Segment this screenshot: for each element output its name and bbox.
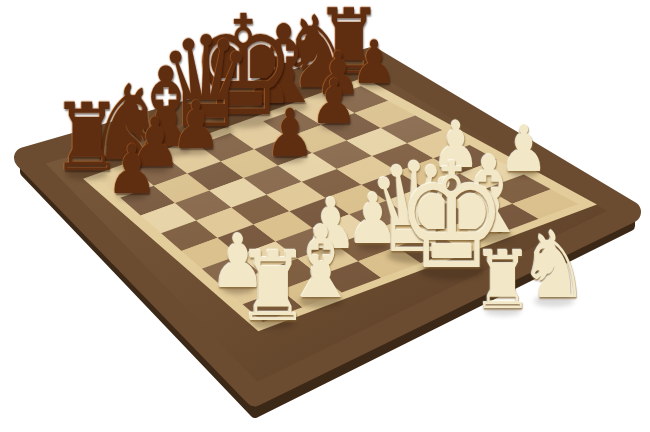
white-rook-off-board[interactable]: ♜ bbox=[473, 241, 534, 321]
dark-pawn-5[interactable]: ♟ bbox=[265, 101, 315, 167]
dark-pawn-1[interactable]: ♟ bbox=[106, 136, 158, 204]
white-rook-on-board[interactable]: ♜ bbox=[236, 239, 309, 335]
dark-pawn-7[interactable]: ♟ bbox=[310, 71, 357, 133]
chess-set-photo: ♜♟♞♟♝♟♚♟♛♝♟♟♞♟♟♟♜♟♝♟♟♛♚♟♝♞♜♜ bbox=[0, 0, 650, 432]
